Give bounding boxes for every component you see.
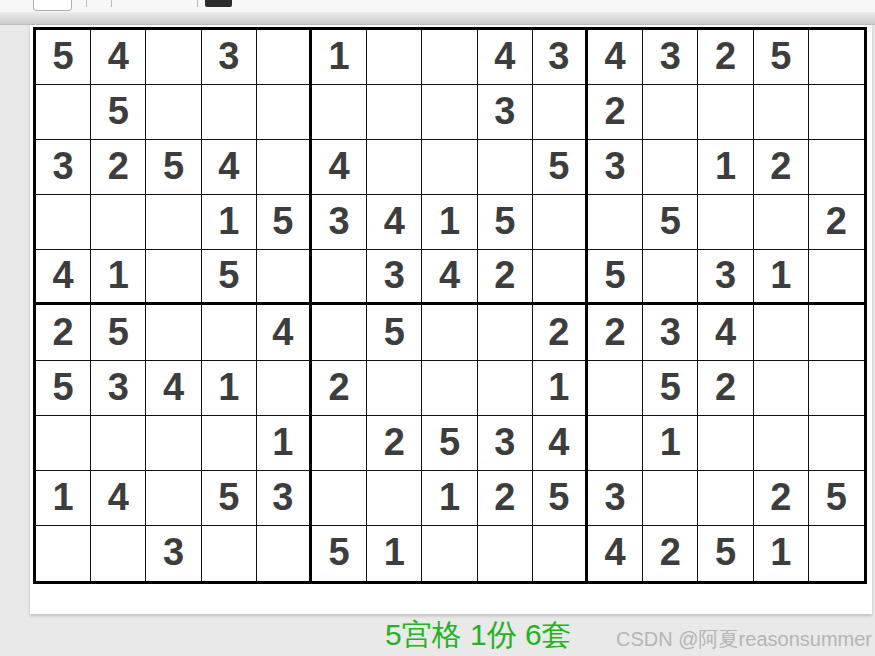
cell-r4c7: 4 (367, 195, 422, 250)
cell-r9c10: 5 (533, 471, 588, 526)
cell-r5c8: 4 (422, 250, 477, 305)
cell-r1c1: 5 (36, 30, 91, 85)
caption-text: 5宫格 1份 6套 (385, 615, 572, 656)
cell-r1c2: 4 (91, 30, 146, 85)
cell-r10c12: 2 (643, 526, 698, 581)
cell-r1c9: 4 (478, 30, 533, 85)
cell-r7c15 (809, 361, 864, 416)
cell-r1c4: 3 (202, 30, 257, 85)
cell-r3c14: 2 (754, 140, 809, 195)
cell-r7c14 (754, 361, 809, 416)
cell-r1c7 (367, 30, 422, 85)
cell-r2c1 (36, 85, 91, 140)
cell-r7c13: 2 (698, 361, 753, 416)
cell-r10c6: 5 (312, 526, 367, 581)
cell-r7c7 (367, 361, 422, 416)
cell-r10c5 (257, 526, 312, 581)
cell-r6c3 (146, 305, 201, 360)
cell-r8c4 (202, 416, 257, 471)
cell-r6c6 (312, 305, 367, 360)
cell-r7c1: 5 (36, 361, 91, 416)
cell-r10c14: 1 (754, 526, 809, 581)
cell-r9c9: 2 (478, 471, 533, 526)
cell-r7c8 (422, 361, 477, 416)
cell-r4c14 (754, 195, 809, 250)
cell-r10c7: 1 (367, 526, 422, 581)
cell-r1c3 (146, 30, 201, 85)
watermark-text: CSDN @阿夏reasonsummer (616, 626, 872, 653)
cell-r4c6: 3 (312, 195, 367, 250)
cell-r5c7: 3 (367, 250, 422, 305)
cell-r5c2: 1 (91, 250, 146, 305)
cell-r9c12 (643, 471, 698, 526)
cell-r7c3: 4 (146, 361, 201, 416)
cell-r2c6 (312, 85, 367, 140)
cell-r2c5 (257, 85, 312, 140)
cell-r8c13 (698, 416, 753, 471)
cell-r9c7 (367, 471, 422, 526)
cell-r8c2 (91, 416, 146, 471)
cell-r3c11: 3 (588, 140, 643, 195)
cell-r7c5 (257, 361, 312, 416)
cell-r9c13 (698, 471, 753, 526)
cell-r8c14 (754, 416, 809, 471)
cell-r2c7 (367, 85, 422, 140)
cell-r4c3 (146, 195, 201, 250)
cell-r5c3 (146, 250, 201, 305)
cell-r6c14 (754, 305, 809, 360)
cell-r6c7: 5 (367, 305, 422, 360)
cell-r10c1 (36, 526, 91, 581)
cell-r3c1: 3 (36, 140, 91, 195)
cell-r1c8 (422, 30, 477, 85)
cell-r7c11 (588, 361, 643, 416)
cell-r1c14: 5 (754, 30, 809, 85)
cell-r1c10: 3 (533, 30, 588, 85)
cell-r3c7 (367, 140, 422, 195)
cell-r2c11: 2 (588, 85, 643, 140)
toolbar (0, 0, 875, 12)
cell-r1c12: 3 (643, 30, 698, 85)
cell-r5c4: 5 (202, 250, 257, 305)
cell-r2c9: 3 (478, 85, 533, 140)
cell-r10c15 (809, 526, 864, 581)
cell-r3c6: 4 (312, 140, 367, 195)
cell-r2c13 (698, 85, 753, 140)
cell-r2c2: 5 (91, 85, 146, 140)
cell-r8c6 (312, 416, 367, 471)
cell-r6c4 (202, 305, 257, 360)
cell-r3c9 (478, 140, 533, 195)
cell-r3c12 (643, 140, 698, 195)
cell-r9c14: 2 (754, 471, 809, 526)
cell-r1c5 (257, 30, 312, 85)
cell-r5c14: 1 (754, 250, 809, 305)
cell-r9c15: 5 (809, 471, 864, 526)
ruler-tick-icon (111, 0, 112, 7)
cell-r2c14 (754, 85, 809, 140)
cell-r8c3 (146, 416, 201, 471)
cell-r3c4: 4 (202, 140, 257, 195)
page-top-shadow (0, 12, 875, 25)
cell-r7c4: 1 (202, 361, 257, 416)
cell-r2c8 (422, 85, 477, 140)
cell-r3c8 (422, 140, 477, 195)
cell-r4c12: 5 (643, 195, 698, 250)
cell-r3c2: 2 (91, 140, 146, 195)
cell-r5c1: 4 (36, 250, 91, 305)
cell-r6c8 (422, 305, 477, 360)
cell-r8c9: 3 (478, 416, 533, 471)
cell-r4c2 (91, 195, 146, 250)
cell-r6c1: 2 (36, 305, 91, 360)
cell-r4c4: 1 (202, 195, 257, 250)
cell-r2c15 (809, 85, 864, 140)
cell-r5c13: 3 (698, 250, 753, 305)
cell-r9c1: 1 (36, 471, 91, 526)
cell-r10c9 (478, 526, 533, 581)
cell-r6c15 (809, 305, 864, 360)
cell-r2c4 (202, 85, 257, 140)
cell-r1c13: 2 (698, 30, 753, 85)
cell-r9c8: 1 (422, 471, 477, 526)
cell-r5c10 (533, 250, 588, 305)
cell-r4c11 (588, 195, 643, 250)
cell-r4c13 (698, 195, 753, 250)
cell-r9c11: 3 (588, 471, 643, 526)
cell-r4c5: 5 (257, 195, 312, 250)
cell-r10c13: 5 (698, 526, 753, 581)
cell-r5c12 (643, 250, 698, 305)
cell-r7c6: 2 (312, 361, 367, 416)
cell-r1c6: 1 (312, 30, 367, 85)
cell-r1c15 (809, 30, 864, 85)
cell-r2c12 (643, 85, 698, 140)
cell-r10c3: 3 (146, 526, 201, 581)
cell-r5c6 (312, 250, 367, 305)
cell-r5c5 (257, 250, 312, 305)
cell-r8c12: 1 (643, 416, 698, 471)
cell-r9c2: 4 (91, 471, 146, 526)
cell-r6c13: 4 (698, 305, 753, 360)
cell-r8c11 (588, 416, 643, 471)
cell-r7c10: 1 (533, 361, 588, 416)
cell-r8c5: 1 (257, 416, 312, 471)
cell-r3c3: 5 (146, 140, 201, 195)
cell-r4c9: 5 (478, 195, 533, 250)
cell-r4c10 (533, 195, 588, 250)
cell-r3c15 (809, 140, 864, 195)
cell-r4c8: 1 (422, 195, 477, 250)
cell-r3c10: 5 (533, 140, 588, 195)
cell-r10c4 (202, 526, 257, 581)
cell-r4c15: 2 (809, 195, 864, 250)
cell-r6c11: 2 (588, 305, 643, 360)
cell-r9c4: 5 (202, 471, 257, 526)
cell-r3c5 (257, 140, 312, 195)
cell-r6c5: 4 (257, 305, 312, 360)
toolbar-button-partial[interactable] (205, 0, 232, 7)
cell-r9c5: 3 (257, 471, 312, 526)
cell-r8c15 (809, 416, 864, 471)
sudoku-board: 5431434325532325445312153415524153425312… (33, 27, 867, 584)
cell-r3c13: 1 (698, 140, 753, 195)
ruler-tick-icon (197, 0, 198, 7)
cell-r6c2: 5 (91, 305, 146, 360)
cell-r5c9: 2 (478, 250, 533, 305)
cell-r7c2: 3 (91, 361, 146, 416)
cell-r7c9 (478, 361, 533, 416)
cell-r9c3 (146, 471, 201, 526)
cell-r5c11: 5 (588, 250, 643, 305)
cell-r10c8 (422, 526, 477, 581)
cell-r2c10 (533, 85, 588, 140)
cell-r10c11: 4 (588, 526, 643, 581)
cell-r5c15 (809, 250, 864, 305)
cell-r9c6 (312, 471, 367, 526)
cell-r6c10: 2 (533, 305, 588, 360)
ruler-tick-icon (86, 0, 87, 7)
cell-r8c8: 5 (422, 416, 477, 471)
cell-r8c10: 4 (533, 416, 588, 471)
cell-r10c2 (91, 526, 146, 581)
cell-r6c12: 3 (643, 305, 698, 360)
cell-r2c3 (146, 85, 201, 140)
cell-r7c12: 5 (643, 361, 698, 416)
cell-r4c1 (36, 195, 91, 250)
cell-r10c10 (533, 526, 588, 581)
document-page: 5431434325532325445312153415524153425312… (30, 25, 872, 614)
cell-r8c1 (36, 416, 91, 471)
toolbar-dropdown-box[interactable] (33, 0, 72, 11)
cell-r1c11: 4 (588, 30, 643, 85)
cell-r6c9 (478, 305, 533, 360)
cell-r8c7: 2 (367, 416, 422, 471)
